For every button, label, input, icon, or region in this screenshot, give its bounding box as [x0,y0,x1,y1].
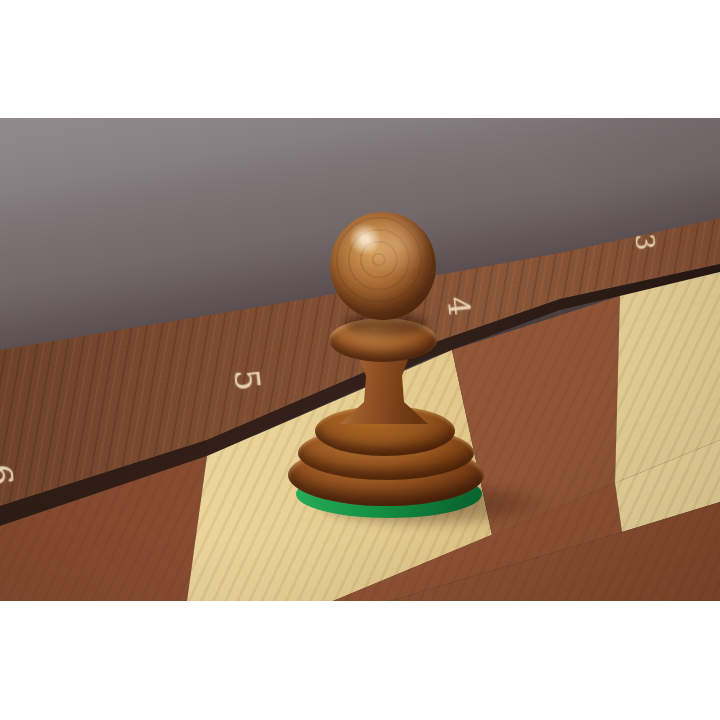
photo-vignette [0,118,720,601]
photo-area: 6 5 4 3 [0,118,720,601]
photo-canvas: 6 5 4 3 [0,0,720,720]
